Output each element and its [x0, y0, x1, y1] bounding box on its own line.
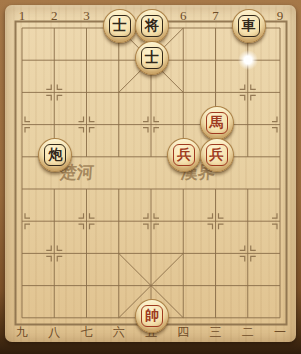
- piece-glyph: 士: [145, 51, 159, 65]
- piece-frame: 兵: [206, 144, 228, 166]
- piece-frame: 兵: [173, 144, 195, 166]
- piece-black-cannon[interactable]: 炮: [38, 138, 72, 172]
- top-label-6: 6: [180, 9, 187, 23]
- bottom-label-3: 七: [81, 325, 93, 339]
- piece-black-general[interactable]: 将: [135, 9, 169, 43]
- piece-glyph: 炮: [48, 148, 62, 162]
- piece-frame: 馬: [206, 112, 228, 134]
- top-label-1: 1: [19, 9, 26, 23]
- piece-glyph: 士: [113, 19, 127, 33]
- piece-glyph: 車: [242, 19, 256, 33]
- top-label-7: 7: [212, 9, 219, 23]
- top-label-2: 2: [51, 9, 58, 23]
- piece-black-advisor[interactable]: 士: [103, 9, 137, 43]
- piece-red-general[interactable]: 帥: [135, 299, 169, 333]
- piece-red-soldier[interactable]: 兵: [200, 138, 234, 172]
- bottom-label-9: 一: [274, 325, 286, 339]
- bottom-label-1: 九: [16, 325, 28, 339]
- piece-glyph: 兵: [210, 148, 224, 162]
- bottom-label-2: 八: [48, 325, 60, 339]
- xiangqi-app: 123456789 九八七六五四三二一 楚河 漢界 士将車士馬炮兵兵帥: [0, 0, 301, 354]
- piece-glyph: 帥: [145, 309, 159, 323]
- top-label-3: 3: [83, 9, 90, 23]
- bottom-label-8: 二: [242, 325, 254, 339]
- bottom-label-6: 四: [177, 325, 189, 339]
- piece-frame: 炮: [44, 144, 66, 166]
- piece-frame: 将: [141, 15, 163, 37]
- piece-frame: 士: [141, 47, 163, 69]
- bottom-label-4: 六: [113, 325, 125, 339]
- piece-black-chariot[interactable]: 車: [232, 9, 266, 43]
- piece-frame: 帥: [141, 305, 163, 327]
- piece-glyph: 馬: [210, 116, 224, 130]
- bottom-label-7: 三: [210, 325, 222, 339]
- piece-frame: 士: [109, 15, 131, 37]
- piece-frame: 車: [238, 15, 260, 37]
- piece-glyph: 兵: [177, 148, 191, 162]
- piece-black-advisor[interactable]: 士: [135, 41, 169, 75]
- river-label-left: 楚河: [59, 162, 122, 182]
- top-label-9: 9: [277, 9, 284, 23]
- piece-red-soldier[interactable]: 兵: [167, 138, 201, 172]
- piece-glyph: 将: [145, 19, 159, 33]
- piece-red-horse[interactable]: 馬: [200, 106, 234, 140]
